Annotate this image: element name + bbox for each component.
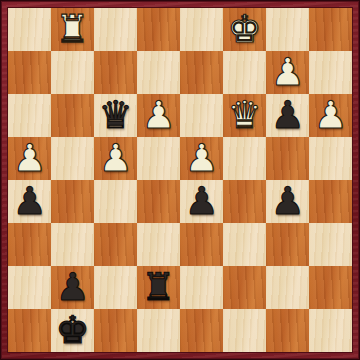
square-f6[interactable]: ♛ — [223, 94, 266, 137]
black-pawn[interactable]: ♟ — [270, 180, 304, 223]
square-d2[interactable]: ♜ — [137, 266, 180, 309]
square-h2[interactable] — [309, 266, 352, 309]
black-queen[interactable]: ♛ — [98, 94, 132, 137]
square-a7[interactable] — [8, 51, 51, 94]
square-a8[interactable] — [8, 8, 51, 51]
square-f2[interactable] — [223, 266, 266, 309]
square-g2[interactable] — [266, 266, 309, 309]
square-a4[interactable]: ♟ — [8, 180, 51, 223]
square-e8[interactable] — [180, 8, 223, 51]
square-h8[interactable] — [309, 8, 352, 51]
black-pawn[interactable]: ♟ — [184, 180, 218, 223]
white-queen[interactable]: ♛ — [227, 94, 261, 137]
white-pawn[interactable]: ♟ — [98, 137, 132, 180]
square-e6[interactable] — [180, 94, 223, 137]
square-f5[interactable] — [223, 137, 266, 180]
square-h5[interactable] — [309, 137, 352, 180]
square-g3[interactable] — [266, 223, 309, 266]
square-b4[interactable] — [51, 180, 94, 223]
square-b8[interactable]: ♜ — [51, 8, 94, 51]
square-g4[interactable]: ♟ — [266, 180, 309, 223]
square-g5[interactable] — [266, 137, 309, 180]
square-b7[interactable] — [51, 51, 94, 94]
white-pawn[interactable]: ♟ — [313, 94, 347, 137]
square-d1[interactable] — [137, 309, 180, 352]
white-pawn[interactable]: ♟ — [12, 137, 46, 180]
black-rook[interactable]: ♜ — [141, 266, 175, 309]
square-c1[interactable] — [94, 309, 137, 352]
square-b3[interactable] — [51, 223, 94, 266]
square-d3[interactable] — [137, 223, 180, 266]
black-pawn[interactable]: ♟ — [270, 94, 304, 137]
square-e5[interactable]: ♟ — [180, 137, 223, 180]
square-d6[interactable]: ♟ — [137, 94, 180, 137]
square-c6[interactable]: ♛ — [94, 94, 137, 137]
square-b5[interactable] — [51, 137, 94, 180]
square-h4[interactable] — [309, 180, 352, 223]
square-g1[interactable] — [266, 309, 309, 352]
square-a1[interactable] — [8, 309, 51, 352]
white-pawn[interactable]: ♟ — [270, 51, 304, 94]
square-c3[interactable] — [94, 223, 137, 266]
square-b1[interactable]: ♚ — [51, 309, 94, 352]
chess-board: ♜♚♟♛♟♛♟♟♟♟♟♟♟♟♟♜♚ — [8, 8, 352, 352]
square-f4[interactable] — [223, 180, 266, 223]
square-b2[interactable]: ♟ — [51, 266, 94, 309]
square-d7[interactable] — [137, 51, 180, 94]
black-king[interactable]: ♚ — [55, 309, 89, 352]
white-rook[interactable]: ♜ — [55, 8, 89, 51]
white-pawn[interactable]: ♟ — [141, 94, 175, 137]
square-f3[interactable] — [223, 223, 266, 266]
square-e7[interactable] — [180, 51, 223, 94]
square-h1[interactable] — [309, 309, 352, 352]
white-king[interactable]: ♚ — [227, 8, 261, 51]
square-a3[interactable] — [8, 223, 51, 266]
square-c7[interactable] — [94, 51, 137, 94]
square-c4[interactable] — [94, 180, 137, 223]
black-pawn[interactable]: ♟ — [12, 180, 46, 223]
black-pawn[interactable]: ♟ — [55, 266, 89, 309]
board-frame: ♜♚♟♛♟♛♟♟♟♟♟♟♟♟♟♜♚ — [0, 0, 360, 360]
square-d4[interactable] — [137, 180, 180, 223]
square-d5[interactable] — [137, 137, 180, 180]
square-g7[interactable]: ♟ — [266, 51, 309, 94]
square-f7[interactable] — [223, 51, 266, 94]
square-b6[interactable] — [51, 94, 94, 137]
square-g6[interactable]: ♟ — [266, 94, 309, 137]
square-h7[interactable] — [309, 51, 352, 94]
square-c5[interactable]: ♟ — [94, 137, 137, 180]
square-a5[interactable]: ♟ — [8, 137, 51, 180]
square-f1[interactable] — [223, 309, 266, 352]
square-g8[interactable] — [266, 8, 309, 51]
square-c8[interactable] — [94, 8, 137, 51]
square-a6[interactable] — [8, 94, 51, 137]
square-h3[interactable] — [309, 223, 352, 266]
square-c2[interactable] — [94, 266, 137, 309]
square-e4[interactable]: ♟ — [180, 180, 223, 223]
square-h6[interactable]: ♟ — [309, 94, 352, 137]
square-e3[interactable] — [180, 223, 223, 266]
square-d8[interactable] — [137, 8, 180, 51]
white-pawn[interactable]: ♟ — [184, 137, 218, 180]
square-e1[interactable] — [180, 309, 223, 352]
square-e2[interactable] — [180, 266, 223, 309]
square-a2[interactable] — [8, 266, 51, 309]
square-f8[interactable]: ♚ — [223, 8, 266, 51]
